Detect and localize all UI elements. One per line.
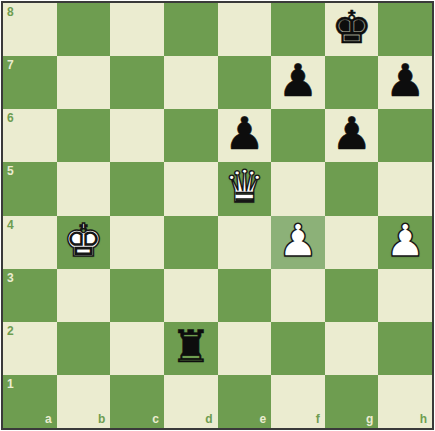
square-c4[interactable] <box>110 216 164 269</box>
square-d7[interactable] <box>164 56 218 109</box>
square-b1[interactable]: b <box>57 375 111 428</box>
piece-white-pawn[interactable]: ♟ <box>278 218 318 263</box>
square-a1[interactable]: 1a <box>3 375 57 428</box>
square-g2[interactable] <box>325 322 379 375</box>
square-e8[interactable] <box>218 3 272 56</box>
square-g1[interactable]: g <box>325 375 379 428</box>
rank-label-4: 4 <box>7 219 14 231</box>
square-a7[interactable]: 7 <box>3 56 57 109</box>
file-label-f: f <box>316 413 320 425</box>
square-d5[interactable] <box>164 162 218 215</box>
square-h4[interactable]: ♟ <box>378 216 432 269</box>
square-f7[interactable]: ♟ <box>271 56 325 109</box>
chess-board-frame: 8♚7♟♟6♟♟5♛4♚♟♟32♜1abcdefgh <box>0 0 435 431</box>
square-d1[interactable]: d <box>164 375 218 428</box>
file-label-e: e <box>259 413 266 425</box>
square-b6[interactable] <box>57 109 111 162</box>
piece-white-queen[interactable]: ♛ <box>224 164 264 209</box>
file-label-b: b <box>98 413 105 425</box>
square-e2[interactable] <box>218 322 272 375</box>
rank-label-1: 1 <box>7 378 14 390</box>
square-g5[interactable] <box>325 162 379 215</box>
square-e3[interactable] <box>218 269 272 322</box>
square-c5[interactable] <box>110 162 164 215</box>
piece-white-pawn[interactable]: ♟ <box>385 218 425 263</box>
square-d6[interactable] <box>164 109 218 162</box>
square-c7[interactable] <box>110 56 164 109</box>
square-c3[interactable] <box>110 269 164 322</box>
square-e4[interactable] <box>218 216 272 269</box>
square-c6[interactable] <box>110 109 164 162</box>
piece-black-rook[interactable]: ♜ <box>171 324 211 369</box>
square-f1[interactable]: f <box>271 375 325 428</box>
square-g3[interactable] <box>325 269 379 322</box>
square-h3[interactable] <box>378 269 432 322</box>
square-c2[interactable] <box>110 322 164 375</box>
piece-white-king[interactable]: ♚ <box>63 218 103 263</box>
square-b8[interactable] <box>57 3 111 56</box>
piece-black-pawn[interactable]: ♟ <box>385 58 425 103</box>
square-h8[interactable] <box>378 3 432 56</box>
square-b2[interactable] <box>57 322 111 375</box>
square-h5[interactable] <box>378 162 432 215</box>
square-f8[interactable] <box>271 3 325 56</box>
square-h2[interactable] <box>378 322 432 375</box>
rank-label-2: 2 <box>7 325 14 337</box>
rank-label-3: 3 <box>7 272 14 284</box>
square-a6[interactable]: 6 <box>3 109 57 162</box>
square-a4[interactable]: 4 <box>3 216 57 269</box>
chess-board: 8♚7♟♟6♟♟5♛4♚♟♟32♜1abcdefgh <box>1 1 434 430</box>
piece-black-pawn[interactable]: ♟ <box>331 111 371 156</box>
square-e7[interactable] <box>218 56 272 109</box>
square-b3[interactable] <box>57 269 111 322</box>
square-g6[interactable]: ♟ <box>325 109 379 162</box>
file-label-h: h <box>420 413 427 425</box>
square-g7[interactable] <box>325 56 379 109</box>
square-f6[interactable] <box>271 109 325 162</box>
square-c1[interactable]: c <box>110 375 164 428</box>
square-f2[interactable] <box>271 322 325 375</box>
square-b5[interactable] <box>57 162 111 215</box>
piece-black-pawn[interactable]: ♟ <box>278 58 318 103</box>
rank-label-6: 6 <box>7 112 14 124</box>
square-f3[interactable] <box>271 269 325 322</box>
square-d4[interactable] <box>164 216 218 269</box>
square-e5[interactable]: ♛ <box>218 162 272 215</box>
square-f4[interactable]: ♟ <box>271 216 325 269</box>
square-g4[interactable] <box>325 216 379 269</box>
square-a2[interactable]: 2 <box>3 322 57 375</box>
square-h7[interactable]: ♟ <box>378 56 432 109</box>
square-h6[interactable] <box>378 109 432 162</box>
square-d8[interactable] <box>164 3 218 56</box>
square-a5[interactable]: 5 <box>3 162 57 215</box>
piece-black-pawn[interactable]: ♟ <box>224 111 264 156</box>
square-b4[interactable]: ♚ <box>57 216 111 269</box>
rank-label-8: 8 <box>7 6 14 18</box>
square-a8[interactable]: 8 <box>3 3 57 56</box>
file-label-c: c <box>152 413 159 425</box>
square-h1[interactable]: h <box>378 375 432 428</box>
piece-black-king[interactable]: ♚ <box>331 5 371 50</box>
square-c8[interactable] <box>110 3 164 56</box>
file-label-g: g <box>366 413 373 425</box>
square-g8[interactable]: ♚ <box>325 3 379 56</box>
file-label-d: d <box>205 413 212 425</box>
square-e1[interactable]: e <box>218 375 272 428</box>
square-d3[interactable] <box>164 269 218 322</box>
square-a3[interactable]: 3 <box>3 269 57 322</box>
square-b7[interactable] <box>57 56 111 109</box>
rank-label-5: 5 <box>7 165 14 177</box>
rank-label-7: 7 <box>7 59 14 71</box>
square-e6[interactable]: ♟ <box>218 109 272 162</box>
square-d2[interactable]: ♜ <box>164 322 218 375</box>
file-label-a: a <box>45 413 52 425</box>
square-f5[interactable] <box>271 162 325 215</box>
